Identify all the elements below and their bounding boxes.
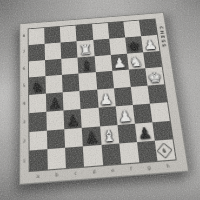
square-b5: [46, 75, 63, 94]
square-a3: [29, 112, 47, 132]
square-c2: [65, 127, 84, 148]
brand-crest-knight-glyph: ♞: [162, 147, 169, 154]
piece-white-bishop: ♝: [100, 127, 119, 145]
square-f8: [107, 22, 125, 39]
rank-label-4: 4: [23, 102, 26, 107]
piece-white-pawn: ♟: [111, 56, 129, 71]
square-c3: ♟: [64, 109, 82, 129]
square-e5: [95, 71, 113, 90]
rank-label-5: 5: [23, 84, 26, 88]
square-f3: ♟: [115, 105, 134, 125]
brand-crest-icon: ♞: [157, 142, 173, 158]
square-f1: [119, 142, 139, 163]
square-h3: [150, 102, 170, 122]
rank-label-2: 2: [23, 140, 26, 145]
piece-black-king: ♚: [125, 38, 143, 53]
square-h2: [152, 120, 172, 141]
square-a4: [29, 94, 46, 113]
square-c5: [62, 74, 80, 93]
piece-black-bishop: ♝: [78, 58, 95, 74]
photo: { "game": "chess", "position": "8/3R2kP/…: [0, 0, 200, 200]
square-b3: [46, 110, 64, 130]
piece-black-pawn: ♟: [82, 129, 101, 147]
square-e8: [92, 23, 109, 40]
square-a1: [30, 149, 48, 170]
square-b1: [47, 148, 66, 169]
file-label-g: g: [147, 166, 151, 171]
square-f7: [109, 37, 127, 54]
square-e1: [101, 144, 121, 165]
square-e3: [98, 106, 117, 126]
square-f6: ♟: [110, 53, 128, 71]
square-c1: [65, 147, 84, 168]
square-e7: [93, 39, 111, 56]
piece-white-knight: ♞: [127, 54, 145, 69]
piece-black-pawn: ♟: [46, 95, 64, 112]
file-label-h: h: [166, 164, 170, 169]
rank-label-8: 8: [23, 35, 26, 39]
file-label-d: d: [92, 170, 95, 175]
piece-white-pawn: ♟: [141, 37, 159, 52]
square-a8: [29, 28, 45, 45]
square-f4: [114, 87, 133, 106]
square-c8: [60, 26, 77, 43]
rank-labels: 87654321: [21, 29, 27, 173]
file-label-b: b: [55, 173, 58, 178]
square-b7: [45, 42, 62, 59]
rank-label-1: 1: [23, 160, 26, 165]
piece-white-rook: ♜: [77, 42, 94, 57]
piece-white-king: ♚: [146, 70, 165, 86]
square-d5: [79, 72, 97, 91]
square-d3: [81, 107, 100, 127]
square-a2: [29, 130, 47, 151]
piece-black-knight: ♞: [29, 79, 46, 95]
chess-board: 87654321 abcdefgh CHESS ♜♚♟♝♟♞♞♚♟♟♟♟♟♝♟♞: [19, 12, 189, 185]
square-e6: [94, 55, 112, 73]
rank-label-7: 7: [23, 51, 26, 55]
square-d2: ♟: [82, 126, 101, 147]
square-a7: [29, 44, 45, 61]
square-a5: ♞: [29, 76, 46, 95]
square-b4: ♟: [46, 92, 64, 111]
square-e4: ♟: [97, 88, 116, 107]
square-d8: [76, 24, 93, 41]
square-b8: [44, 27, 60, 44]
square-h1: ♞: [155, 140, 176, 161]
file-label-e: e: [111, 168, 114, 173]
board-grid: ♜♚♟♝♟♞♞♚♟♟♟♟♟♝♟♞: [28, 18, 177, 172]
square-d7: ♜: [77, 40, 94, 57]
square-h5: ♚: [145, 67, 164, 85]
square-h7: ♟: [141, 35, 159, 52]
piece-black-pawn: ♟: [64, 111, 82, 128]
square-b6: [45, 58, 62, 76]
square-d1: [83, 145, 102, 166]
square-f5: [112, 70, 131, 88]
rank-label-6: 6: [23, 67, 26, 71]
square-h8: [139, 19, 157, 36]
square-c6: [61, 57, 78, 75]
square-h4: [147, 84, 167, 103]
file-label-a: a: [37, 174, 40, 179]
board-brand-text: CHESS: [159, 26, 168, 49]
file-label-c: c: [74, 171, 77, 176]
square-d6: ♝: [78, 56, 96, 74]
square-d4: [80, 90, 98, 109]
square-e2: ♝: [100, 125, 119, 146]
square-b2: [47, 129, 65, 150]
square-c7: [61, 41, 78, 58]
square-f2: [117, 123, 137, 144]
square-c4: [63, 91, 81, 110]
piece-white-pawn: ♟: [97, 91, 115, 108]
piece-white-pawn: ♟: [116, 107, 135, 124]
file-label-f: f: [130, 167, 132, 172]
rank-label-3: 3: [23, 121, 26, 126]
square-a6: [29, 60, 46, 78]
board-scene: 87654321 abcdefgh CHESS ♜♚♟♝♟♞♞♚♟♟♟♟♟♝♟♞: [19, 12, 189, 185]
piece-black-pawn: ♟: [135, 125, 155, 143]
square-h6: [143, 51, 162, 69]
